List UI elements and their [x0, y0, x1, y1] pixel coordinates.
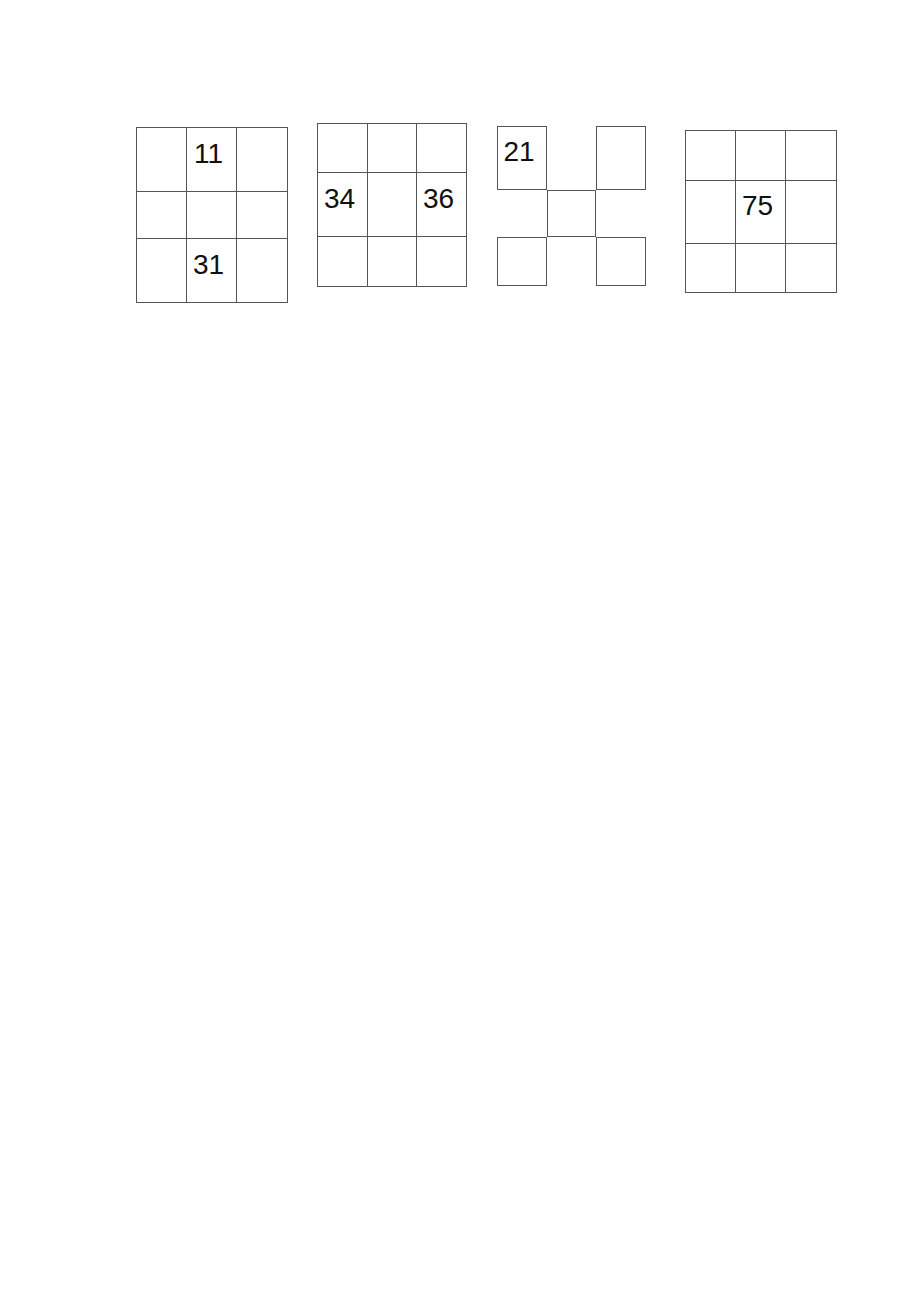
puzzle-grid-1: 11 31	[136, 127, 288, 303]
p3-cell-r0c1-absent	[547, 126, 596, 190]
p1-cell-r1c1	[187, 192, 236, 238]
cell-value: 34	[324, 185, 355, 213]
p4-cell-r1c0	[686, 181, 735, 243]
cell-value: 36	[423, 185, 454, 213]
p2-cell-r0c1	[368, 124, 416, 172]
p1-cell-r1c0	[137, 192, 186, 238]
p1-cell-r2c0	[137, 239, 186, 302]
cell-value: 75	[742, 192, 773, 220]
p2-cell-r2c2	[417, 237, 466, 286]
p2-cell-r1c2: 36	[417, 173, 466, 236]
p2-cell-r0c2	[417, 124, 466, 172]
puzzle-grid-4: 75	[685, 130, 837, 293]
cell-value: 21	[503, 138, 534, 166]
p2-cell-r1c0: 34	[318, 173, 367, 236]
puzzle-grid-2: 34 36	[317, 123, 467, 287]
p3-cell-r0c0: 21	[497, 126, 547, 190]
p4-cell-r0c0	[686, 131, 735, 180]
p4-cell-r2c2	[786, 244, 836, 292]
p2-cell-r2c1	[368, 237, 416, 286]
p4-cell-r0c2	[786, 131, 836, 180]
p4-cell-r2c0	[686, 244, 735, 292]
p4-cell-r0c1	[736, 131, 785, 180]
p1-cell-r0c1: 11	[187, 128, 236, 191]
puzzle-grid-3: 21	[497, 126, 646, 286]
p4-cell-r2c1	[736, 244, 785, 292]
p1-cell-r0c0	[137, 128, 186, 191]
p2-cell-r2c0	[318, 237, 367, 286]
p2-cell-r0c0	[318, 124, 367, 172]
p3-cell-r0c2	[596, 126, 646, 190]
p3-cell-r1c1	[547, 190, 596, 237]
p1-cell-r1c2	[237, 192, 287, 238]
p3-cell-r1c2-absent	[596, 190, 646, 237]
p1-cell-r2c1: 31	[187, 239, 236, 302]
p3-cell-r2c0	[497, 237, 547, 286]
p4-cell-r1c1: 75	[736, 181, 785, 243]
cell-value: 31	[193, 251, 224, 279]
p1-cell-r2c2	[237, 239, 287, 302]
p4-cell-r1c2	[786, 181, 836, 243]
worksheet-page: 11 31 34 36 21 75	[0, 0, 920, 1302]
p1-cell-r0c2	[237, 128, 287, 191]
p3-cell-r2c2	[596, 237, 646, 286]
p3-cell-r2c1-absent	[547, 237, 596, 286]
p2-cell-r1c1	[368, 173, 416, 236]
cell-value: 11	[194, 140, 223, 168]
p3-cell-r1c0-absent	[497, 190, 547, 237]
